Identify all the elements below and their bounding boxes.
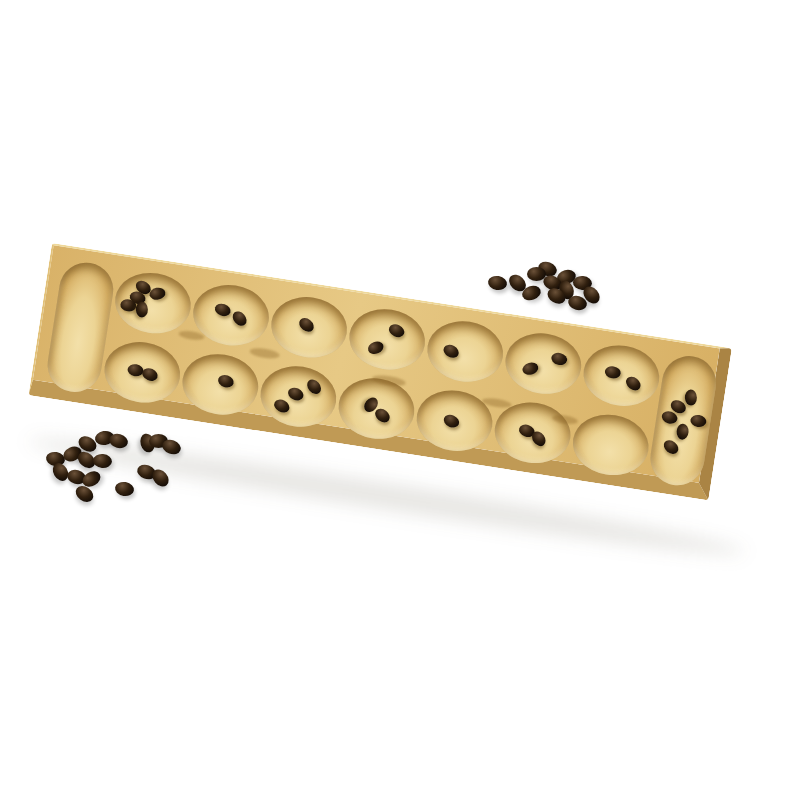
- seed: [536, 259, 559, 279]
- seed: [556, 268, 578, 286]
- seed: [213, 302, 232, 319]
- seed: [149, 434, 168, 448]
- wood-scuff-mark: [249, 346, 280, 359]
- pit-back-3[interactable]: [267, 292, 351, 363]
- pit-back-2[interactable]: [189, 280, 273, 351]
- seed: [66, 468, 88, 486]
- seed: [676, 423, 689, 440]
- pit-back-4[interactable]: [345, 304, 429, 375]
- pit-back-1[interactable]: [111, 268, 195, 339]
- seed: [80, 468, 103, 490]
- pit-front-2[interactable]: [178, 349, 262, 420]
- seed: [442, 412, 461, 429]
- pit-back-5[interactable]: [423, 316, 507, 387]
- seed: [230, 309, 250, 329]
- mancala-product-photo: [0, 0, 800, 800]
- pit-front-1[interactable]: [100, 337, 184, 408]
- seed: [567, 294, 589, 312]
- seed: [50, 460, 72, 483]
- seed: [216, 373, 235, 390]
- seed: [487, 274, 508, 291]
- seed: [506, 271, 529, 294]
- seed: [387, 322, 406, 339]
- seed: [520, 283, 543, 303]
- seed: [304, 377, 324, 397]
- seed: [296, 315, 316, 334]
- seed: [372, 406, 392, 425]
- seed: [114, 480, 135, 497]
- seed: [527, 267, 546, 281]
- pit-front-4[interactable]: [334, 373, 418, 444]
- pit-front-3[interactable]: [256, 361, 340, 432]
- seed: [557, 279, 577, 302]
- seed: [604, 365, 622, 379]
- pit-front-7[interactable]: [569, 409, 653, 480]
- seed: [572, 275, 592, 291]
- pit-back-6[interactable]: [501, 328, 585, 399]
- seed: [286, 385, 305, 402]
- seed: [550, 351, 568, 366]
- seed: [661, 437, 681, 456]
- pit-front-5[interactable]: [412, 385, 496, 456]
- seed: [521, 361, 540, 377]
- seed: [580, 283, 603, 307]
- seed: [545, 285, 568, 307]
- seed: [685, 389, 697, 405]
- seed: [366, 339, 385, 356]
- seed: [623, 374, 643, 393]
- seed: [136, 301, 148, 317]
- seed: [73, 483, 97, 505]
- pit-front-6[interactable]: [490, 397, 574, 468]
- seed: [272, 397, 292, 415]
- seed: [45, 450, 66, 467]
- seed: [541, 273, 564, 294]
- seed: [690, 414, 708, 428]
- pit-back-7[interactable]: [579, 340, 663, 411]
- seed: [441, 342, 461, 360]
- seed: [140, 366, 159, 383]
